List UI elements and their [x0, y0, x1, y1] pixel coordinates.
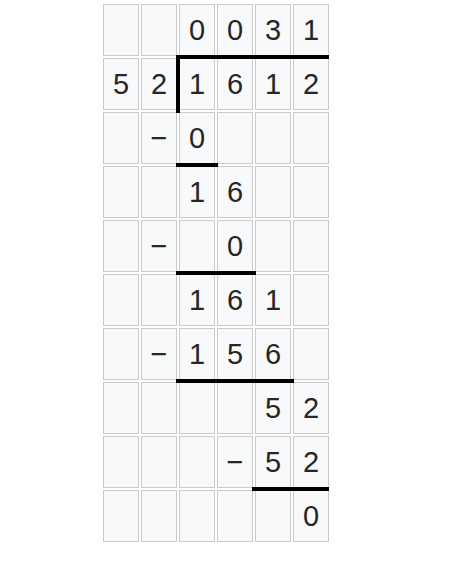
grid-cell-r10c4: [217, 490, 253, 542]
grid-cell-r7c6: [293, 328, 329, 380]
grid-cell-r2c3: 1: [179, 58, 215, 110]
grid-cell-r7c3: 1: [179, 328, 215, 380]
grid-cell-r6c1: [103, 274, 139, 326]
grid-cell-r9c4: −: [217, 436, 253, 488]
grid-cell-r9c1: [103, 436, 139, 488]
grid-cell-r2c6: 2: [293, 58, 329, 110]
grid-cell-r2c1: 5: [103, 58, 139, 110]
grid-cell-r10c2: [141, 490, 177, 542]
grid-cell-r8c3: [179, 382, 215, 434]
grid-cell-r9c6: 2: [293, 436, 329, 488]
grid-cell-r1c1: [103, 4, 139, 56]
grid-cell-r4c6: [293, 166, 329, 218]
grid-cell-r5c1: [103, 220, 139, 272]
grid-cell-r4c5: [255, 166, 291, 218]
grid-cell-r3c2: −: [141, 112, 177, 164]
grid-cell-r9c3: [179, 436, 215, 488]
grid-cell-r3c3: 0: [179, 112, 215, 164]
grid-cell-r6c4: 6: [217, 274, 253, 326]
grid-cell-r2c5: 1: [255, 58, 291, 110]
grid-cell-r3c5: [255, 112, 291, 164]
grid-cell-r5c3: [179, 220, 215, 272]
grid-cell-r1c3: 0: [179, 4, 215, 56]
grid-cell-r8c6: 2: [293, 382, 329, 434]
grid-cell-r6c5: 1: [255, 274, 291, 326]
grid-cell-r6c2: [141, 274, 177, 326]
grid-cell-r8c4: [217, 382, 253, 434]
grid-cell-r7c2: −: [141, 328, 177, 380]
grid-cell-r10c1: [103, 490, 139, 542]
grid-cell-r4c1: [103, 166, 139, 218]
grid-cell-r2c2: 2: [141, 58, 177, 110]
grid-cell-r3c4: [217, 112, 253, 164]
grid-cell-r8c2: [141, 382, 177, 434]
grid-cell-r5c5: [255, 220, 291, 272]
grid-cell-r5c4: 0: [217, 220, 253, 272]
grid-cell-r1c5: 3: [255, 4, 291, 56]
grid-cell-r10c5: [255, 490, 291, 542]
grid-cell-r4c3: 1: [179, 166, 215, 218]
grid-cell-r1c2: [141, 4, 177, 56]
grid-cell-r5c2: −: [141, 220, 177, 272]
grid-cell-r4c4: 6: [217, 166, 253, 218]
grid-cell-r1c4: 0: [217, 4, 253, 56]
grid-cell-r1c6: 1: [293, 4, 329, 56]
grid-cell-r3c1: [103, 112, 139, 164]
grid-cell-r8c5: 5: [255, 382, 291, 434]
grid-cell-r4c2: [141, 166, 177, 218]
grid-cell-r6c6: [293, 274, 329, 326]
grid-cell-r7c4: 5: [217, 328, 253, 380]
grid-cell-r2c4: 6: [217, 58, 253, 110]
grid-cell-r9c5: 5: [255, 436, 291, 488]
long-division-board: 0031521612−016−0161−15652−520: [103, 4, 329, 542]
division-grid: 0031521612−016−0161−15652−520: [103, 4, 329, 542]
grid-cell-r6c3: 1: [179, 274, 215, 326]
grid-cell-r7c1: [103, 328, 139, 380]
grid-cell-r5c6: [293, 220, 329, 272]
grid-cell-r10c3: [179, 490, 215, 542]
grid-cell-r3c6: [293, 112, 329, 164]
grid-cell-r8c1: [103, 382, 139, 434]
grid-cell-r7c5: 6: [255, 328, 291, 380]
grid-cell-r10c6: 0: [293, 490, 329, 542]
grid-cell-r9c2: [141, 436, 177, 488]
